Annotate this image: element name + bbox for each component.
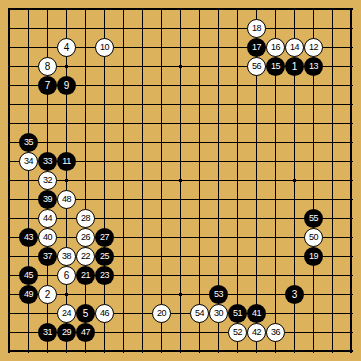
board-gridline-horizontal: [8, 350, 353, 352]
star-point: [65, 65, 68, 68]
stone-white-46: 46: [95, 304, 114, 323]
board-gridline-vertical: [350, 8, 352, 353]
stone-white-14: 14: [285, 38, 304, 57]
board-gridline-vertical: [332, 8, 333, 353]
stone-white-2: 2: [38, 285, 57, 304]
star-point: [179, 179, 182, 182]
stone-black-7: 7: [38, 76, 57, 95]
go-board: 1234567891011121314151617181920212223242…: [0, 0, 361, 361]
stone-black-45: 45: [19, 266, 38, 285]
stone-black-47: 47: [76, 323, 95, 342]
stone-white-56: 56: [247, 57, 266, 76]
board-gridline-vertical: [237, 8, 238, 353]
stone-white-36: 36: [266, 323, 285, 342]
stone-black-33: 33: [38, 152, 57, 171]
stone-black-13: 13: [304, 57, 323, 76]
stone-black-29: 29: [57, 323, 76, 342]
stone-white-34: 34: [19, 152, 38, 171]
board-gridline-vertical: [199, 8, 200, 353]
stone-white-28: 28: [76, 209, 95, 228]
stone-white-44: 44: [38, 209, 57, 228]
stone-white-54: 54: [190, 304, 209, 323]
star-point: [179, 65, 182, 68]
stone-white-30: 30: [209, 304, 228, 323]
stone-white-38: 38: [57, 247, 76, 266]
stone-black-51: 51: [228, 304, 247, 323]
stone-black-39: 39: [38, 190, 57, 209]
stone-white-40: 40: [38, 228, 57, 247]
stone-white-4: 4: [57, 38, 76, 57]
stone-black-17: 17: [247, 38, 266, 57]
stone-black-3: 3: [285, 285, 304, 304]
stone-black-41: 41: [247, 304, 266, 323]
stone-black-27: 27: [95, 228, 114, 247]
stone-black-1: 1: [285, 57, 304, 76]
stone-black-23: 23: [95, 266, 114, 285]
stone-white-8: 8: [38, 57, 57, 76]
star-point: [293, 179, 296, 182]
stone-black-21: 21: [76, 266, 95, 285]
stone-white-6: 6: [57, 266, 76, 285]
stone-black-53: 53: [209, 285, 228, 304]
stone-black-5: 5: [76, 304, 95, 323]
stone-black-37: 37: [38, 247, 57, 266]
stone-black-19: 19: [304, 247, 323, 266]
stone-black-49: 49: [19, 285, 38, 304]
stone-white-10: 10: [95, 38, 114, 57]
stone-white-50: 50: [304, 228, 323, 247]
stone-black-9: 9: [57, 76, 76, 95]
stone-white-12: 12: [304, 38, 323, 57]
stone-white-42: 42: [247, 323, 266, 342]
stone-white-22: 22: [76, 247, 95, 266]
board-gridline-horizontal: [8, 237, 353, 238]
stone-black-25: 25: [95, 247, 114, 266]
stone-white-24: 24: [57, 304, 76, 323]
stone-black-15: 15: [266, 57, 285, 76]
stone-black-11: 11: [57, 152, 76, 171]
star-point: [65, 293, 68, 296]
stone-black-43: 43: [19, 228, 38, 247]
star-point: [179, 293, 182, 296]
stone-white-32: 32: [38, 171, 57, 190]
stone-white-20: 20: [152, 304, 171, 323]
stone-black-35: 35: [19, 133, 38, 152]
stone-black-55: 55: [304, 209, 323, 228]
star-point: [65, 179, 68, 182]
board-gridline-horizontal: [8, 218, 353, 219]
stone-white-18: 18: [247, 19, 266, 38]
stone-white-52: 52: [228, 323, 247, 342]
stone-white-26: 26: [76, 228, 95, 247]
stone-white-16: 16: [266, 38, 285, 57]
stone-black-31: 31: [38, 323, 57, 342]
stone-white-48: 48: [57, 190, 76, 209]
